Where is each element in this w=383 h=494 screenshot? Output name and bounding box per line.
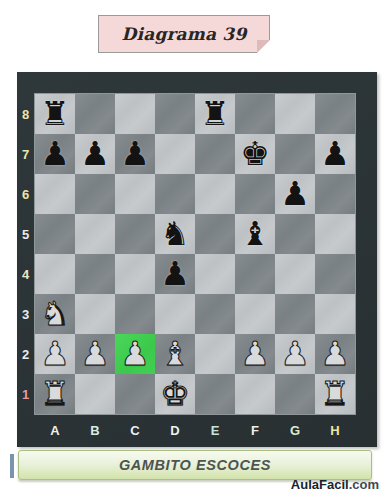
square-f1 bbox=[235, 374, 275, 414]
square-d6 bbox=[155, 174, 195, 214]
square-h5 bbox=[315, 214, 355, 254]
square-a1: ♜ bbox=[35, 374, 75, 414]
black-pawn: ♟ bbox=[320, 134, 350, 174]
square-c3 bbox=[115, 294, 155, 334]
white-pawn: ♟ bbox=[120, 334, 150, 374]
square-f2: ♟ bbox=[235, 334, 275, 374]
square-f4 bbox=[235, 254, 275, 294]
rank-label-2: 2 bbox=[17, 334, 34, 374]
square-d5: ♞ bbox=[155, 214, 195, 254]
opening-name: GAMBITO ESCOCES bbox=[119, 457, 271, 473]
brand-name: AulaFacil bbox=[291, 477, 349, 492]
folded-corner-icon bbox=[257, 40, 270, 53]
rank-label-3: 3 bbox=[17, 294, 34, 334]
square-e1 bbox=[195, 374, 235, 414]
diagram-note: Diagrama 39 bbox=[98, 15, 270, 53]
white-pawn: ♟ bbox=[80, 334, 110, 374]
black-pawn: ♟ bbox=[280, 174, 310, 214]
square-e3 bbox=[195, 294, 235, 334]
rank-label-7: 7 bbox=[17, 134, 34, 174]
white-rook: ♜ bbox=[320, 374, 350, 414]
opening-name-banner: GAMBITO ESCOCES bbox=[18, 450, 372, 480]
black-knight: ♞ bbox=[160, 214, 190, 254]
chessboard: ♜♜♟♟♟♚♟♟♞♝♟♞♟♟♟♝♟♟♟♜♚♜ bbox=[34, 93, 356, 415]
square-g7 bbox=[275, 134, 315, 174]
square-f8 bbox=[235, 94, 275, 134]
white-bishop: ♝ bbox=[160, 334, 190, 374]
square-a8: ♜ bbox=[35, 94, 75, 134]
white-pawn: ♟ bbox=[280, 334, 310, 374]
diagram-title: Diagrama 39 bbox=[122, 24, 247, 44]
square-h8 bbox=[315, 94, 355, 134]
file-label-D: D bbox=[155, 415, 195, 446]
file-label-E: E bbox=[195, 415, 235, 446]
square-a7: ♟ bbox=[35, 134, 75, 174]
file-label-F: F bbox=[235, 415, 275, 446]
file-label-C: C bbox=[115, 415, 155, 446]
rank-label-8: 8 bbox=[17, 94, 34, 134]
square-h2: ♟ bbox=[315, 334, 355, 374]
square-b1 bbox=[75, 374, 115, 414]
rank-label-4: 4 bbox=[17, 254, 34, 294]
black-pawn: ♟ bbox=[40, 134, 70, 174]
square-h1: ♜ bbox=[315, 374, 355, 414]
square-f6 bbox=[235, 174, 275, 214]
square-d8 bbox=[155, 94, 195, 134]
white-king: ♚ bbox=[160, 374, 190, 414]
rank-label-5: 5 bbox=[17, 214, 34, 254]
square-e2 bbox=[195, 334, 235, 374]
square-g4 bbox=[275, 254, 315, 294]
square-h4 bbox=[315, 254, 355, 294]
square-d7 bbox=[155, 134, 195, 174]
square-c2: ♟ bbox=[115, 334, 155, 374]
file-label-B: B bbox=[75, 415, 115, 446]
white-pawn: ♟ bbox=[40, 334, 70, 374]
square-d2: ♝ bbox=[155, 334, 195, 374]
file-label-A: A bbox=[35, 415, 75, 446]
square-b3 bbox=[75, 294, 115, 334]
site-watermark: AulaFacil.com bbox=[291, 477, 379, 492]
file-label-G: G bbox=[275, 415, 315, 446]
page: Diagrama 39 ♜♜♟♟♟♚♟♟♞♝♟♞♟♟♟♝♟♟♟♜♚♜ 87654… bbox=[0, 0, 383, 494]
black-pawn: ♟ bbox=[80, 134, 110, 174]
square-h7: ♟ bbox=[315, 134, 355, 174]
square-e7 bbox=[195, 134, 235, 174]
square-d1: ♚ bbox=[155, 374, 195, 414]
square-g6: ♟ bbox=[275, 174, 315, 214]
black-bishop: ♝ bbox=[240, 214, 270, 254]
square-g3 bbox=[275, 294, 315, 334]
square-c7: ♟ bbox=[115, 134, 155, 174]
white-knight: ♞ bbox=[40, 294, 70, 334]
rank-label-1: 1 bbox=[17, 374, 34, 414]
square-e5 bbox=[195, 214, 235, 254]
square-f7: ♚ bbox=[235, 134, 275, 174]
text-cursor bbox=[10, 454, 14, 478]
square-h6 bbox=[315, 174, 355, 214]
square-g2: ♟ bbox=[275, 334, 315, 374]
square-a2: ♟ bbox=[35, 334, 75, 374]
white-rook: ♜ bbox=[40, 374, 70, 414]
square-c5 bbox=[115, 214, 155, 254]
square-f5: ♝ bbox=[235, 214, 275, 254]
square-b6 bbox=[75, 174, 115, 214]
square-b7: ♟ bbox=[75, 134, 115, 174]
square-a5 bbox=[35, 214, 75, 254]
square-b2: ♟ bbox=[75, 334, 115, 374]
square-c1 bbox=[115, 374, 155, 414]
black-king: ♚ bbox=[240, 134, 270, 174]
square-d3 bbox=[155, 294, 195, 334]
white-pawn: ♟ bbox=[240, 334, 270, 374]
square-g1 bbox=[275, 374, 315, 414]
square-a6 bbox=[35, 174, 75, 214]
square-b8 bbox=[75, 94, 115, 134]
brand-suffix: .com bbox=[349, 477, 379, 492]
square-h3 bbox=[315, 294, 355, 334]
black-pawn: ♟ bbox=[120, 134, 150, 174]
white-pawn: ♟ bbox=[320, 334, 350, 374]
square-b4 bbox=[75, 254, 115, 294]
square-a4 bbox=[35, 254, 75, 294]
black-pawn: ♟ bbox=[160, 254, 190, 294]
square-e4 bbox=[195, 254, 235, 294]
square-c8 bbox=[115, 94, 155, 134]
square-c6 bbox=[115, 174, 155, 214]
square-g8 bbox=[275, 94, 315, 134]
square-e6 bbox=[195, 174, 235, 214]
rank-label-6: 6 bbox=[17, 174, 34, 214]
square-f3 bbox=[235, 294, 275, 334]
square-a3: ♞ bbox=[35, 294, 75, 334]
black-rook: ♜ bbox=[200, 94, 230, 134]
chessboard-frame: ♜♜♟♟♟♚♟♟♞♝♟♞♟♟♟♝♟♟♟♜♚♜ 87654321 ABCDEFGH bbox=[17, 72, 377, 447]
square-c4 bbox=[115, 254, 155, 294]
black-rook: ♜ bbox=[40, 94, 70, 134]
square-b5 bbox=[75, 214, 115, 254]
square-d4: ♟ bbox=[155, 254, 195, 294]
file-label-H: H bbox=[315, 415, 355, 446]
square-e8: ♜ bbox=[195, 94, 235, 134]
square-g5 bbox=[275, 214, 315, 254]
